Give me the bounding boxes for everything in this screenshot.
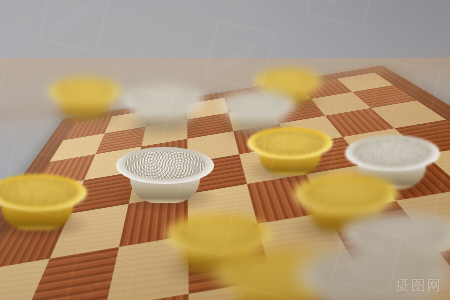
ingot-inner bbox=[312, 253, 437, 296]
ingot-inner bbox=[255, 131, 326, 155]
ingot-inner bbox=[303, 179, 388, 208]
silver-ingot-piece bbox=[116, 147, 214, 208]
ingot-inner bbox=[228, 94, 289, 115]
ingot-inner bbox=[55, 81, 114, 102]
ingot-pieces-layer bbox=[0, 0, 450, 300]
ingot-inner bbox=[261, 72, 315, 91]
gold-ingot-piece bbox=[247, 127, 333, 180]
photo-scene: 摄图网 摄图网 bbox=[0, 0, 450, 300]
ingot-inner bbox=[130, 88, 196, 111]
silver-ingot-piece bbox=[298, 245, 450, 300]
gold-ingot-piece bbox=[0, 174, 87, 235]
gold-ingot-piece bbox=[49, 78, 121, 123]
ingot-inner bbox=[176, 219, 263, 249]
silver-ingot-piece bbox=[123, 84, 203, 134]
